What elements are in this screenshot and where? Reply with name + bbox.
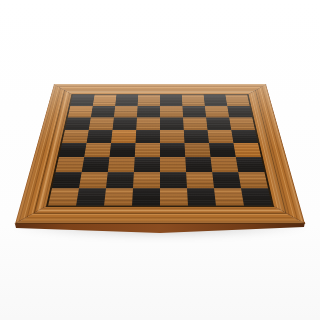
square-e2[interactable]: [160, 172, 187, 188]
square-h7[interactable]: [227, 106, 252, 118]
playing-field: [46, 94, 274, 207]
product-photo-background: [0, 0, 320, 320]
square-b1[interactable]: [76, 188, 106, 205]
square-f8[interactable]: [182, 95, 205, 106]
square-f7[interactable]: [182, 106, 206, 118]
square-g4[interactable]: [209, 143, 236, 157]
square-b7[interactable]: [91, 106, 115, 118]
square-d4[interactable]: [135, 143, 160, 157]
square-g5[interactable]: [208, 130, 234, 143]
square-h5[interactable]: [231, 130, 258, 143]
square-h2[interactable]: [238, 172, 268, 188]
square-h6[interactable]: [229, 117, 255, 129]
square-a3[interactable]: [56, 157, 85, 172]
square-a5[interactable]: [62, 130, 89, 143]
square-h8[interactable]: [225, 95, 249, 106]
square-e3[interactable]: [160, 157, 186, 172]
square-a6[interactable]: [65, 117, 91, 129]
square-c6[interactable]: [112, 117, 136, 129]
square-a8[interactable]: [70, 95, 94, 106]
square-d2[interactable]: [133, 172, 160, 188]
square-a7[interactable]: [68, 106, 93, 118]
square-d5[interactable]: [136, 130, 160, 143]
square-f2[interactable]: [186, 172, 214, 188]
square-f3[interactable]: [185, 157, 212, 172]
square-c2[interactable]: [106, 172, 134, 188]
square-b6[interactable]: [89, 117, 114, 129]
square-b3[interactable]: [82, 157, 110, 172]
square-d8[interactable]: [138, 95, 160, 106]
square-e6[interactable]: [160, 117, 184, 129]
square-e8[interactable]: [160, 95, 182, 106]
square-g7[interactable]: [205, 106, 229, 118]
square-c7[interactable]: [114, 106, 138, 118]
square-g6[interactable]: [206, 117, 231, 129]
chessboard: [15, 84, 305, 224]
square-c3[interactable]: [108, 157, 135, 172]
square-g8[interactable]: [204, 95, 228, 106]
square-g3[interactable]: [211, 157, 239, 172]
square-a1[interactable]: [48, 188, 79, 205]
square-c4[interactable]: [109, 143, 135, 157]
square-c5[interactable]: [111, 130, 136, 143]
square-a4[interactable]: [59, 143, 87, 157]
square-h3[interactable]: [236, 157, 265, 172]
square-g2[interactable]: [212, 172, 241, 188]
square-b5[interactable]: [87, 130, 113, 143]
square-b4[interactable]: [84, 143, 111, 157]
square-b2[interactable]: [79, 172, 108, 188]
square-d6[interactable]: [136, 117, 160, 129]
square-f5[interactable]: [184, 130, 209, 143]
square-c1[interactable]: [104, 188, 133, 205]
square-a2[interactable]: [52, 172, 82, 188]
square-f6[interactable]: [183, 117, 207, 129]
square-e4[interactable]: [160, 143, 185, 157]
square-g1[interactable]: [214, 188, 244, 205]
square-d7[interactable]: [137, 106, 160, 118]
square-e1[interactable]: [160, 188, 188, 205]
square-e7[interactable]: [160, 106, 183, 118]
square-d3[interactable]: [134, 157, 160, 172]
square-b8[interactable]: [93, 95, 117, 106]
square-e5[interactable]: [160, 130, 184, 143]
square-h4[interactable]: [233, 143, 261, 157]
square-h1[interactable]: [241, 188, 272, 205]
square-c8[interactable]: [115, 95, 138, 106]
square-d1[interactable]: [132, 188, 160, 205]
square-f4[interactable]: [184, 143, 210, 157]
square-f1[interactable]: [187, 188, 216, 205]
